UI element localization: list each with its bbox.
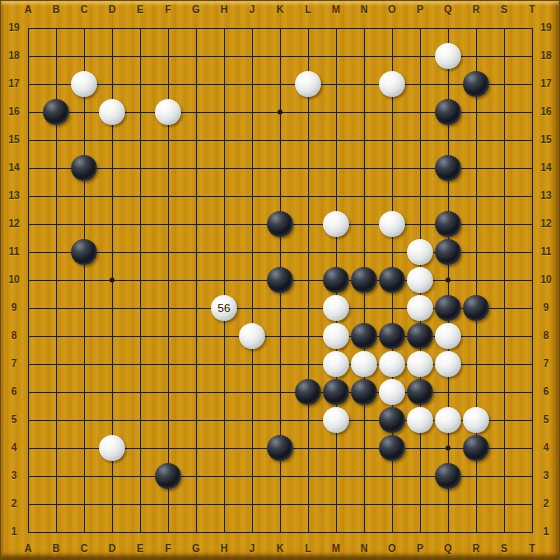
coordinate-label: 11	[541, 247, 552, 257]
stone-white	[323, 351, 349, 377]
stone-white	[407, 351, 433, 377]
coordinate-label: D	[108, 5, 115, 15]
grid-line	[532, 28, 533, 533]
coordinate-label: A	[24, 5, 31, 15]
stone-black	[267, 211, 293, 237]
stone-black	[323, 267, 349, 293]
coordinate-label: Q	[444, 5, 452, 15]
stone-white	[379, 379, 405, 405]
coordinate-label: J	[249, 544, 255, 554]
stone-white	[99, 435, 125, 461]
stone-white	[155, 99, 181, 125]
coordinate-label: 12	[540, 219, 551, 229]
stone-white	[435, 351, 461, 377]
coordinate-label: 13	[8, 191, 19, 201]
coordinate-label: 2	[11, 499, 17, 509]
coordinate-label: O	[388, 5, 396, 15]
stone-white	[323, 407, 349, 433]
stone-white	[239, 323, 265, 349]
coordinate-label: 14	[8, 163, 19, 173]
coordinate-label: 6	[543, 387, 549, 397]
coordinate-label: 14	[540, 163, 551, 173]
coordinate-label: E	[137, 5, 144, 15]
coordinate-label: 3	[543, 471, 549, 481]
coordinate-label: 12	[8, 219, 19, 229]
stone-black	[379, 267, 405, 293]
coordinate-label: H	[220, 544, 227, 554]
coordinate-label: 7	[11, 359, 17, 369]
coordinate-label: 7	[543, 359, 549, 369]
coordinate-label: 8	[543, 331, 549, 341]
coordinate-label: 4	[543, 443, 549, 453]
stone-white	[407, 267, 433, 293]
coordinate-label: M	[332, 544, 340, 554]
coordinate-label: G	[192, 544, 200, 554]
stone-black	[435, 211, 461, 237]
coordinate-label: S	[501, 5, 508, 15]
stone-black	[43, 99, 69, 125]
coordinate-label: T	[529, 5, 535, 15]
stone-black	[71, 155, 97, 181]
stone-black	[155, 463, 181, 489]
coordinate-label: 13	[540, 191, 551, 201]
coordinate-label: 15	[540, 135, 551, 145]
coordinate-label: K	[276, 5, 283, 15]
coordinate-label: 19	[8, 23, 19, 33]
coordinate-label: G	[192, 5, 200, 15]
stone-white	[379, 211, 405, 237]
coordinate-label: 11	[9, 247, 20, 257]
coordinate-label: F	[165, 5, 171, 15]
coordinate-label: M	[332, 5, 340, 15]
coordinate-label: 6	[11, 387, 17, 397]
stone-black	[351, 323, 377, 349]
coordinate-label: Q	[444, 544, 452, 554]
coordinate-label: N	[360, 5, 367, 15]
grid-line	[504, 28, 505, 533]
stone-black	[463, 295, 489, 321]
stone-black	[71, 239, 97, 265]
stone-black	[351, 379, 377, 405]
coordinate-label: F	[165, 544, 171, 554]
coordinate-label: 16	[540, 107, 551, 117]
stone-black	[435, 239, 461, 265]
coordinate-label: R	[472, 5, 479, 15]
stone-white	[323, 323, 349, 349]
stone-black	[379, 407, 405, 433]
coordinate-label: E	[137, 544, 144, 554]
stone-white	[323, 295, 349, 321]
stone-white	[71, 71, 97, 97]
coordinate-label: 10	[540, 275, 551, 285]
coordinate-label: 10	[8, 275, 19, 285]
coordinate-label: B	[52, 544, 59, 554]
coordinate-label: R	[472, 544, 479, 554]
stone-black	[435, 155, 461, 181]
coordinate-label: 1	[11, 527, 17, 537]
coordinate-label: 5	[543, 415, 549, 425]
stone-white	[435, 323, 461, 349]
coordinate-label: T	[529, 544, 535, 554]
coordinate-label: L	[305, 5, 311, 15]
stone-black	[379, 323, 405, 349]
stone-white	[351, 351, 377, 377]
coordinate-label: 18	[540, 51, 551, 61]
coordinate-label: 9	[543, 303, 549, 313]
grid-line	[308, 28, 309, 533]
stone-white	[379, 351, 405, 377]
coordinate-label: 5	[11, 415, 17, 425]
coordinate-label: 17	[8, 79, 19, 89]
stone-white: 56	[211, 295, 237, 321]
coordinate-label: C	[80, 544, 87, 554]
star-point	[446, 446, 451, 451]
coordinate-label: 18	[8, 51, 19, 61]
coordinate-label: 4	[11, 443, 17, 453]
stone-black	[323, 379, 349, 405]
stone-black	[463, 435, 489, 461]
coordinate-label: 19	[540, 23, 551, 33]
star-point	[278, 110, 283, 115]
coordinate-label: H	[220, 5, 227, 15]
stone-black	[463, 71, 489, 97]
stone-black	[407, 323, 433, 349]
stone-black	[267, 267, 293, 293]
stone-black	[435, 463, 461, 489]
stone-black	[407, 379, 433, 405]
stone-black	[435, 295, 461, 321]
stone-white	[99, 99, 125, 125]
coordinate-label: 8	[11, 331, 17, 341]
stone-white	[435, 43, 461, 69]
stone-black	[435, 99, 461, 125]
coordinate-label: N	[360, 544, 367, 554]
coordinate-label: J	[249, 5, 255, 15]
stone-black	[267, 435, 293, 461]
coordinate-label: 2	[543, 499, 549, 509]
coordinate-label: A	[24, 544, 31, 554]
stone-white	[407, 239, 433, 265]
stone-white	[407, 295, 433, 321]
coordinate-label: 17	[540, 79, 551, 89]
coordinate-label: S	[501, 544, 508, 554]
coordinate-label: 9	[11, 303, 17, 313]
move-number-label: 56	[218, 302, 231, 314]
star-point	[446, 278, 451, 283]
coordinate-label: B	[52, 5, 59, 15]
coordinate-label: 3	[11, 471, 17, 481]
stone-white	[463, 407, 489, 433]
coordinate-label: K	[276, 544, 283, 554]
grid-line	[28, 532, 533, 533]
stone-white	[323, 211, 349, 237]
coordinate-label: O	[388, 544, 396, 554]
coordinate-label: 15	[8, 135, 19, 145]
coordinate-label: P	[417, 544, 424, 554]
grid-line	[28, 392, 533, 393]
coordinate-label: C	[80, 5, 87, 15]
stone-white	[435, 407, 461, 433]
stone-white	[379, 71, 405, 97]
coordinate-label: 1	[543, 527, 549, 537]
star-point	[110, 278, 115, 283]
coordinate-label: P	[417, 5, 424, 15]
stone-white	[407, 407, 433, 433]
coordinate-label: L	[305, 544, 311, 554]
stone-black	[379, 435, 405, 461]
stone-black	[351, 267, 377, 293]
coordinate-label: D	[108, 544, 115, 554]
stone-black	[295, 379, 321, 405]
coordinate-label: 16	[8, 107, 19, 117]
stone-white	[295, 71, 321, 97]
grid-line	[28, 504, 533, 505]
go-board[interactable]: AABBCCDDEEFFGGHHJJKKLLMMNNOOPPQQRRSSTT19…	[0, 0, 560, 560]
